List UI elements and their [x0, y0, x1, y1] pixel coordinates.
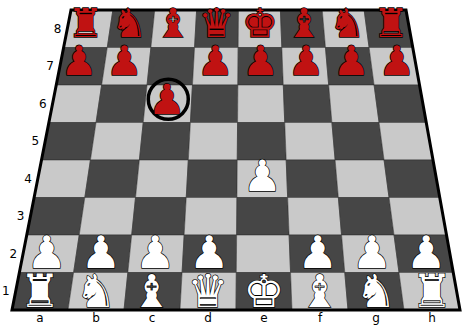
piece-red-pawn-c6[interactable]: ♟	[148, 75, 185, 124]
square-g5[interactable]	[332, 123, 384, 161]
rank-label-1: 1	[2, 284, 10, 298]
file-label-c: c	[149, 311, 156, 325]
piece-white-bishop-f1[interactable]: ♝	[300, 265, 341, 318]
square-d5[interactable]	[188, 123, 237, 161]
piece-white-rook-a1[interactable]: ♜	[20, 265, 61, 318]
piece-white-rook-h1[interactable]: ♜	[412, 265, 453, 318]
piece-red-pawn-e7[interactable]: ♟	[242, 37, 279, 85]
square-f4[interactable]	[286, 160, 338, 198]
square-d4[interactable]	[186, 160, 237, 198]
square-e6[interactable]	[238, 85, 285, 123]
square-f5[interactable]	[285, 123, 335, 161]
piece-white-pawn-e4[interactable]: ♟	[243, 151, 282, 201]
file-label-h: h	[428, 311, 436, 325]
square-f6[interactable]	[283, 85, 332, 123]
chessboard[interactable]: ♜♞♝♛♚♝♞♜♟♟♟♟♟♟♟♟♟♟♟♟♟♟♟♟♜♞♝♛♚♝♞♜abcdefgh…	[0, 0, 474, 325]
square-c5[interactable]	[139, 123, 190, 161]
square-b4[interactable]	[85, 160, 140, 198]
rank-label-3: 3	[17, 209, 25, 223]
square-e3[interactable]	[237, 198, 289, 236]
piece-red-pawn-f7[interactable]: ♟	[288, 37, 325, 85]
piece-red-pawn-b7[interactable]: ♟	[106, 37, 143, 85]
square-a4[interactable]	[34, 160, 90, 198]
square-d6[interactable]	[190, 85, 237, 123]
rank-label-8: 8	[54, 22, 62, 36]
rank-label-2: 2	[9, 247, 17, 261]
rank-label-6: 6	[39, 97, 47, 111]
square-a6[interactable]	[49, 85, 102, 123]
square-a5[interactable]	[42, 123, 97, 161]
square-b6[interactable]	[96, 85, 147, 123]
file-label-g: g	[372, 311, 380, 325]
file-label-b: b	[92, 311, 100, 325]
square-h5[interactable]	[379, 123, 433, 161]
square-b5[interactable]	[90, 123, 143, 161]
piece-white-bishop-c1[interactable]: ♝	[132, 265, 173, 318]
piece-white-king-e1[interactable]: ♚	[244, 265, 285, 318]
chessboard-screen: ♜♞♝♛♚♝♞♜♟♟♟♟♟♟♟♟♟♟♟♟♟♟♟♟♜♞♝♛♚♝♞♜abcdefgh…	[0, 0, 474, 325]
piece-red-pawn-a7[interactable]: ♟	[61, 37, 98, 85]
piece-red-pawn-g7[interactable]: ♟	[333, 37, 370, 85]
piece-white-queen-d1[interactable]: ♛	[188, 265, 229, 318]
square-g6[interactable]	[329, 85, 379, 123]
file-label-e: e	[260, 311, 267, 325]
square-c4[interactable]	[136, 160, 189, 198]
rank-label-7: 7	[46, 59, 54, 73]
piece-red-pawn-d7[interactable]: ♟	[197, 37, 234, 85]
file-label-d: d	[204, 311, 212, 325]
piece-white-knight-g1[interactable]: ♞	[356, 265, 397, 318]
rank-label-4: 4	[24, 172, 32, 186]
piece-white-knight-b1[interactable]: ♞	[76, 265, 117, 318]
piece-red-bishop-c8[interactable]: ♝	[155, 0, 191, 46]
rank-label-5: 5	[32, 134, 40, 148]
square-g4[interactable]	[335, 160, 389, 198]
piece-red-pawn-h7[interactable]: ♟	[379, 37, 416, 85]
file-label-a: a	[36, 311, 43, 325]
square-h6[interactable]	[374, 85, 426, 123]
square-h4[interactable]	[384, 160, 440, 198]
